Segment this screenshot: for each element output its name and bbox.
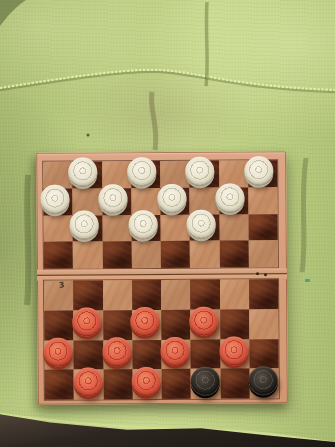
red-piece-r8c4[interactable] — [132, 367, 161, 396]
square-r8c1[interactable] — [45, 370, 74, 400]
square-r3c8[interactable] — [248, 214, 277, 241]
cloth-speck — [87, 134, 90, 137]
black-piece-r8c6[interactable] — [191, 366, 220, 395]
square-r8c5[interactable] — [162, 369, 191, 399]
square-r8c3[interactable] — [103, 369, 132, 399]
square-r5c2[interactable] — [73, 280, 102, 310]
red-piece-r8c2[interactable] — [74, 367, 103, 396]
square-r3c5[interactable] — [161, 214, 190, 241]
white-piece-r1c8[interactable] — [244, 156, 273, 185]
square-r4c8[interactable] — [248, 240, 277, 267]
square-r4c5[interactable] — [161, 241, 190, 268]
white-piece-r2c5[interactable] — [157, 183, 186, 212]
square-r7c8[interactable] — [249, 339, 278, 369]
square-r4c7[interactable] — [219, 241, 248, 268]
square-r6c5[interactable] — [161, 310, 190, 340]
square-r4c1[interactable] — [44, 242, 73, 269]
square-r4c6[interactable] — [190, 241, 219, 268]
square-r6c1[interactable] — [44, 310, 73, 340]
frame-stamp: 3 — [58, 281, 65, 290]
square-r3c3[interactable] — [102, 215, 131, 242]
vertical-crease — [206, 2, 207, 86]
red-piece-r6c2[interactable] — [72, 308, 101, 337]
teal-fleck — [305, 279, 310, 282]
square-r5c6[interactable] — [190, 280, 219, 310]
red-piece-r7c3[interactable] — [102, 337, 131, 366]
square-r5c5[interactable] — [161, 280, 190, 310]
dark-table-edge — [0, 406, 335, 447]
square-r5c4[interactable] — [132, 280, 161, 310]
square-r6c3[interactable] — [103, 310, 132, 340]
hinge-nail — [264, 273, 267, 276]
square-r5c8[interactable] — [249, 279, 278, 309]
square-r6c8[interactable] — [249, 309, 278, 339]
square-r7c4[interactable] — [132, 340, 161, 370]
red-piece-r7c5[interactable] — [161, 337, 190, 366]
white-piece-r2c7[interactable] — [215, 183, 244, 212]
red-piece-r6c6[interactable] — [189, 307, 218, 336]
square-r6c7[interactable] — [220, 309, 249, 339]
hinge-nail — [256, 272, 259, 275]
right-fold — [302, 158, 306, 272]
square-r7c6[interactable] — [191, 339, 220, 369]
photo-scene: 3 — [0, 0, 335, 447]
square-r3c7[interactable] — [219, 214, 248, 241]
square-r2c8[interactable] — [248, 187, 277, 214]
checkers-board: 3 — [36, 151, 288, 405]
red-piece-r7c7[interactable] — [219, 336, 248, 365]
corner-shade — [0, 0, 26, 26]
square-r4c2[interactable] — [73, 242, 102, 269]
seam-shadow — [0, 72, 335, 92]
square-r5c3[interactable] — [103, 280, 132, 310]
left-fold — [27, 175, 28, 305]
square-r8c7[interactable] — [220, 369, 249, 399]
white-piece-r2c1[interactable] — [40, 184, 69, 213]
square-r4c3[interactable] — [102, 241, 131, 268]
red-piece-r7c1[interactable] — [44, 338, 73, 367]
square-r7c2[interactable] — [74, 340, 103, 370]
black-piece-r8c8[interactable] — [249, 366, 278, 395]
square-r3c1[interactable] — [44, 215, 73, 242]
white-piece-r1c4[interactable] — [127, 157, 156, 186]
center-crease — [151, 92, 156, 150]
white-piece-r2c3[interactable] — [98, 184, 127, 213]
stitched-hem-seam — [0, 70, 335, 90]
square-r4c4[interactable] — [131, 241, 160, 268]
square-r5c7[interactable] — [220, 279, 249, 309]
